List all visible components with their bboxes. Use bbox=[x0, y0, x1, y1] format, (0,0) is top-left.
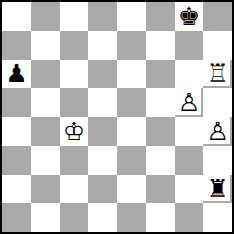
square-c1[interactable] bbox=[60, 203, 89, 232]
square-e1[interactable] bbox=[117, 203, 146, 232]
piece-white-king[interactable]: ♔ bbox=[60, 117, 89, 146]
square-a1[interactable] bbox=[2, 203, 31, 232]
square-h3[interactable] bbox=[203, 146, 232, 175]
square-c2[interactable] bbox=[60, 175, 89, 204]
square-e6[interactable] bbox=[117, 60, 146, 89]
square-e2[interactable] bbox=[117, 175, 146, 204]
square-a2[interactable] bbox=[2, 175, 31, 204]
square-h4[interactable]: ♙ bbox=[203, 117, 232, 146]
square-e3[interactable] bbox=[117, 146, 146, 175]
square-c4[interactable]: ♔ bbox=[60, 117, 89, 146]
square-d3[interactable] bbox=[88, 146, 117, 175]
square-b4[interactable] bbox=[31, 117, 60, 146]
square-d5[interactable] bbox=[88, 88, 117, 117]
square-d8[interactable] bbox=[88, 2, 117, 31]
square-h2[interactable]: ♜ bbox=[203, 175, 232, 204]
square-f5[interactable] bbox=[146, 88, 175, 117]
square-a7[interactable] bbox=[2, 31, 31, 60]
square-b5[interactable] bbox=[31, 88, 60, 117]
piece-white-pawn[interactable]: ♙ bbox=[203, 117, 232, 146]
square-g4[interactable] bbox=[175, 117, 204, 146]
piece-white-pawn[interactable]: ♙ bbox=[175, 88, 204, 117]
piece-black-pawn[interactable]: ♟ bbox=[2, 60, 31, 89]
square-e4[interactable] bbox=[117, 117, 146, 146]
square-b8[interactable] bbox=[31, 2, 60, 31]
square-g7[interactable] bbox=[175, 31, 204, 60]
square-g5[interactable]: ♙ bbox=[175, 88, 204, 117]
square-c8[interactable] bbox=[60, 2, 89, 31]
square-f6[interactable] bbox=[146, 60, 175, 89]
square-g1[interactable] bbox=[175, 203, 204, 232]
square-e5[interactable] bbox=[117, 88, 146, 117]
square-h6[interactable]: ♖ bbox=[203, 60, 232, 89]
square-a5[interactable] bbox=[2, 88, 31, 117]
square-d4[interactable] bbox=[88, 117, 117, 146]
square-f2[interactable] bbox=[146, 175, 175, 204]
square-c7[interactable] bbox=[60, 31, 89, 60]
square-c5[interactable] bbox=[60, 88, 89, 117]
square-h5[interactable] bbox=[203, 88, 232, 117]
square-d2[interactable] bbox=[88, 175, 117, 204]
square-b1[interactable] bbox=[31, 203, 60, 232]
piece-black-king[interactable]: ♚ bbox=[175, 2, 204, 31]
chess-board: ♚♟♖♙♔♙♜ bbox=[2, 2, 232, 232]
square-f3[interactable] bbox=[146, 146, 175, 175]
square-h1[interactable] bbox=[203, 203, 232, 232]
square-d6[interactable] bbox=[88, 60, 117, 89]
piece-white-rook[interactable]: ♖ bbox=[203, 60, 232, 89]
square-h8[interactable] bbox=[203, 2, 232, 31]
square-b7[interactable] bbox=[31, 31, 60, 60]
square-a3[interactable] bbox=[2, 146, 31, 175]
square-a6[interactable]: ♟ bbox=[2, 60, 31, 89]
square-e7[interactable] bbox=[117, 31, 146, 60]
square-d7[interactable] bbox=[88, 31, 117, 60]
square-b2[interactable] bbox=[31, 175, 60, 204]
square-e8[interactable] bbox=[117, 2, 146, 31]
square-g6[interactable] bbox=[175, 60, 204, 89]
square-g3[interactable] bbox=[175, 146, 204, 175]
square-g2[interactable] bbox=[175, 175, 204, 204]
square-f8[interactable] bbox=[146, 2, 175, 31]
chess-board-frame: ♚♟♖♙♔♙♜ bbox=[0, 0, 234, 234]
square-c6[interactable] bbox=[60, 60, 89, 89]
square-f4[interactable] bbox=[146, 117, 175, 146]
square-h7[interactable] bbox=[203, 31, 232, 60]
square-c3[interactable] bbox=[60, 146, 89, 175]
square-f7[interactable] bbox=[146, 31, 175, 60]
square-b6[interactable] bbox=[31, 60, 60, 89]
square-a4[interactable] bbox=[2, 117, 31, 146]
square-b3[interactable] bbox=[31, 146, 60, 175]
piece-black-rook[interactable]: ♜ bbox=[203, 175, 232, 204]
square-d1[interactable] bbox=[88, 203, 117, 232]
square-a8[interactable] bbox=[2, 2, 31, 31]
square-f1[interactable] bbox=[146, 203, 175, 232]
square-g8[interactable]: ♚ bbox=[175, 2, 204, 31]
